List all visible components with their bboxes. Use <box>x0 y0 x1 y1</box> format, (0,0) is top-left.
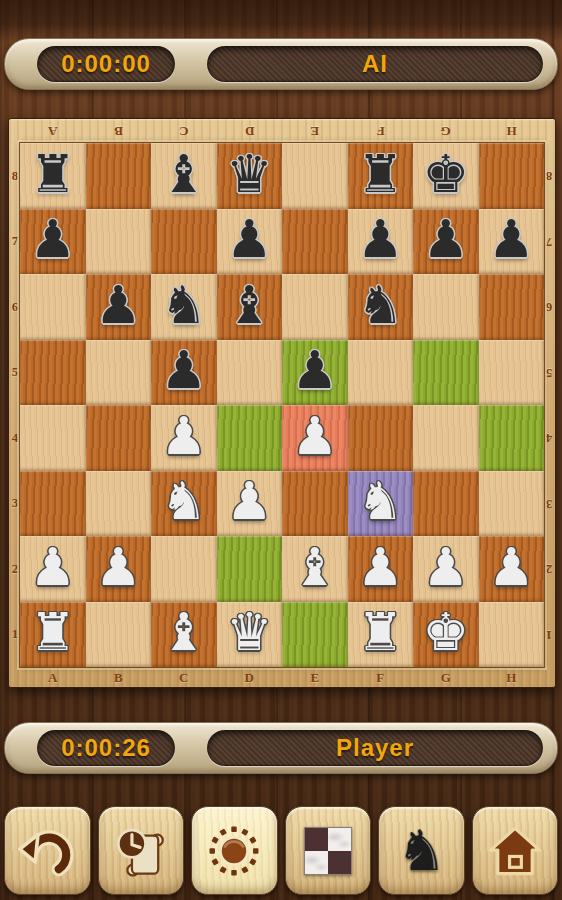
white-pawn: ♟ <box>291 410 338 462</box>
black-king: ♚ <box>422 148 469 200</box>
square-e7[interactable] <box>282 209 348 275</box>
square-a3[interactable] <box>20 471 86 537</box>
move-history-button[interactable] <box>98 806 185 895</box>
square-b3[interactable] <box>86 471 152 537</box>
square-g5[interactable] <box>413 340 479 406</box>
coords-bottom: ABCDEFGH <box>20 668 544 687</box>
square-h7[interactable]: ♟ <box>479 209 545 275</box>
coord-label: 3 <box>543 471 555 537</box>
square-g8[interactable]: ♚ <box>413 143 479 209</box>
coord-label: 2 <box>543 536 555 602</box>
white-rook: ♜ <box>357 606 404 658</box>
black-bishop: ♝ <box>226 279 273 331</box>
square-d5[interactable] <box>217 340 283 406</box>
opponent-info-bar: 0:00:00 AI <box>4 38 558 90</box>
square-b8[interactable] <box>86 143 152 209</box>
chess-board: ABCDEFGH ABCDEFGH 87654321 87654321 ♜♝♛♜… <box>8 118 556 688</box>
white-pawn: ♟ <box>488 541 535 593</box>
square-a8[interactable]: ♜ <box>20 143 86 209</box>
player-clock: 0:00:26 <box>37 730 175 766</box>
coord-label: 7 <box>543 209 555 275</box>
square-c3[interactable]: ♞ <box>151 471 217 537</box>
square-f8[interactable]: ♜ <box>348 143 414 209</box>
board-theme-button[interactable] <box>285 806 372 895</box>
player-name-plate: Player <box>207 730 543 766</box>
coord-label: H <box>479 120 545 142</box>
opponent-clock: 0:00:00 <box>37 46 175 82</box>
white-pawn: ♟ <box>357 541 404 593</box>
square-e5[interactable]: ♟ <box>282 340 348 406</box>
square-f5[interactable] <box>348 340 414 406</box>
square-g2[interactable]: ♟ <box>413 536 479 602</box>
black-pawn: ♟ <box>291 344 338 396</box>
square-b2[interactable]: ♟ <box>86 536 152 602</box>
player-time: 0:00:26 <box>61 734 151 762</box>
white-king: ♚ <box>422 606 469 658</box>
white-knight: ♞ <box>357 475 404 527</box>
wheel-icon <box>205 822 263 880</box>
square-g3[interactable] <box>413 471 479 537</box>
coord-label: F <box>348 120 414 142</box>
player-info-bar: 0:00:26 Player <box>4 722 558 774</box>
black-pawn: ♟ <box>95 279 142 331</box>
coord-label: 4 <box>543 405 555 471</box>
square-b6[interactable]: ♟ <box>86 274 152 340</box>
coord-label: 8 <box>543 143 555 209</box>
home-icon <box>486 822 544 880</box>
coord-label: 5 <box>543 340 555 406</box>
coord-label: G <box>413 668 479 687</box>
square-d1[interactable]: ♛ <box>217 602 283 668</box>
white-bishop: ♝ <box>291 541 338 593</box>
square-h5[interactable] <box>479 340 545 406</box>
black-pawn: ♟ <box>422 213 469 265</box>
square-c5[interactable]: ♟ <box>151 340 217 406</box>
clock-scroll-icon <box>112 822 170 880</box>
square-h2[interactable]: ♟ <box>479 536 545 602</box>
coord-label: 6 <box>543 274 555 340</box>
square-e3[interactable] <box>282 471 348 537</box>
black-pawn: ♟ <box>357 213 404 265</box>
square-c7[interactable] <box>151 209 217 275</box>
square-d7[interactable]: ♟ <box>217 209 283 275</box>
square-f7[interactable]: ♟ <box>348 209 414 275</box>
black-knight: ♞ <box>357 279 404 331</box>
square-g6[interactable] <box>413 274 479 340</box>
square-h4[interactable] <box>479 405 545 471</box>
square-g4[interactable] <box>413 405 479 471</box>
home-button[interactable] <box>472 806 559 895</box>
square-e4[interactable]: ♟ <box>282 405 348 471</box>
coord-label: 1 <box>543 602 555 668</box>
white-pawn: ♟ <box>422 541 469 593</box>
white-pawn: ♟ <box>29 541 76 593</box>
coord-label: F <box>348 668 414 687</box>
toolbar: ♞ <box>4 806 558 895</box>
black-bishop: ♝ <box>160 148 207 200</box>
white-rook: ♜ <box>29 606 76 658</box>
white-pawn: ♟ <box>226 475 273 527</box>
opponent-name-plate: AI <box>207 46 543 82</box>
coord-label: E <box>282 668 348 687</box>
coord-label: C <box>151 668 217 687</box>
coord-label: G <box>413 120 479 142</box>
square-d3[interactable]: ♟ <box>217 471 283 537</box>
square-f6[interactable]: ♞ <box>348 274 414 340</box>
square-b7[interactable] <box>86 209 152 275</box>
checkerboard-icon <box>304 827 352 875</box>
white-pawn: ♟ <box>160 410 207 462</box>
coord-label: C <box>151 120 217 142</box>
square-h8[interactable] <box>479 143 545 209</box>
square-g1[interactable]: ♚ <box>413 602 479 668</box>
opponent-name: AI <box>362 50 388 78</box>
square-c4[interactable]: ♟ <box>151 405 217 471</box>
opponent-time: 0:00:00 <box>61 50 151 78</box>
piece-theme-button[interactable]: ♞ <box>378 806 465 895</box>
coord-label: D <box>217 668 283 687</box>
black-pawn: ♟ <box>160 344 207 396</box>
square-a5[interactable] <box>20 340 86 406</box>
board-inner-frame: ♜♝♛♜♚♟♟♟♟♟♟♞♝♞♟♟♟♟♞♟♞♟♟♝♟♟♟♜♝♛♜♚ <box>20 143 544 667</box>
square-h6[interactable] <box>479 274 545 340</box>
square-f3[interactable]: ♞ <box>348 471 414 537</box>
coord-label: H <box>479 668 545 687</box>
coord-label: B <box>86 120 152 142</box>
square-g7[interactable]: ♟ <box>413 209 479 275</box>
square-f4[interactable] <box>348 405 414 471</box>
undo-arrow-icon <box>18 822 76 880</box>
square-c6[interactable]: ♞ <box>151 274 217 340</box>
coord-label: E <box>282 120 348 142</box>
settings-button[interactable] <box>191 806 278 895</box>
square-e1[interactable] <box>282 602 348 668</box>
square-e6[interactable] <box>282 274 348 340</box>
square-d2[interactable] <box>217 536 283 602</box>
black-knight: ♞ <box>160 279 207 331</box>
black-rook: ♜ <box>29 148 76 200</box>
black-pawn: ♟ <box>29 213 76 265</box>
square-d6[interactable]: ♝ <box>217 274 283 340</box>
black-pawn: ♟ <box>226 213 273 265</box>
square-b1[interactable] <box>86 602 152 668</box>
coord-label: A <box>20 120 86 142</box>
white-bishop: ♝ <box>160 606 207 658</box>
square-a7[interactable]: ♟ <box>20 209 86 275</box>
square-b5[interactable] <box>86 340 152 406</box>
board-grid: ♜♝♛♜♚♟♟♟♟♟♟♞♝♞♟♟♟♟♞♟♞♟♟♝♟♟♟♜♝♛♜♚ <box>20 143 544 667</box>
square-d8[interactable]: ♛ <box>217 143 283 209</box>
coord-label: A <box>20 668 86 687</box>
black-pawn: ♟ <box>488 213 535 265</box>
square-b4[interactable] <box>86 405 152 471</box>
square-h1[interactable] <box>479 602 545 668</box>
square-e2[interactable]: ♝ <box>282 536 348 602</box>
black-rook: ♜ <box>357 148 404 200</box>
white-pawn: ♟ <box>95 541 142 593</box>
player-name: Player <box>336 734 414 762</box>
coord-label: D <box>217 120 283 142</box>
white-queen: ♛ <box>226 606 273 658</box>
square-d4[interactable] <box>217 405 283 471</box>
square-f2[interactable]: ♟ <box>348 536 414 602</box>
square-c1[interactable]: ♝ <box>151 602 217 668</box>
coords-top: ABCDEFGH <box>20 120 544 142</box>
square-a6[interactable] <box>20 274 86 340</box>
square-c2[interactable] <box>151 536 217 602</box>
coords-right: 87654321 <box>543 143 555 667</box>
square-a1[interactable]: ♜ <box>20 602 86 668</box>
square-f1[interactable]: ♜ <box>348 602 414 668</box>
coord-label: B <box>86 668 152 687</box>
square-a4[interactable] <box>20 405 86 471</box>
square-h3[interactable] <box>479 471 545 537</box>
square-a2[interactable]: ♟ <box>20 536 86 602</box>
knight-icon: ♞ <box>396 823 446 879</box>
square-c8[interactable]: ♝ <box>151 143 217 209</box>
undo-button[interactable] <box>4 806 91 895</box>
black-queen: ♛ <box>226 148 273 200</box>
white-knight: ♞ <box>160 475 207 527</box>
square-e8[interactable] <box>282 143 348 209</box>
